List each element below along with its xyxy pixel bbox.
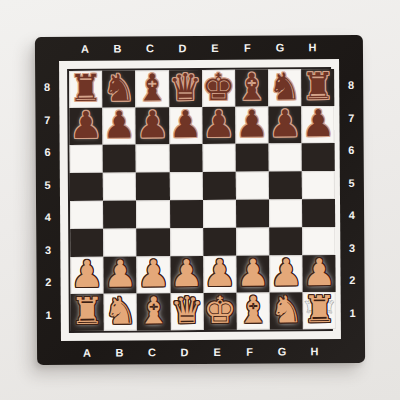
board-grid: ♜♞♝♛♚♝♞♜♟♟♟♟♟♟♟♟♟♟♟♟♟♟♟♟♜♞♝♛♚♝♞♜ (67, 67, 333, 333)
square-f8[interactable]: ♝ (235, 70, 268, 107)
square-b7[interactable]: ♟ (103, 107, 136, 144)
square-g8[interactable]: ♞ (268, 69, 301, 106)
square-c8[interactable]: ♝ (135, 70, 168, 107)
black-knight: ♞ (102, 69, 135, 106)
file-label-top-f: F (231, 36, 264, 60)
file-label-top-a: A (69, 37, 102, 61)
square-a2[interactable]: ♟ (70, 257, 103, 294)
square-c4[interactable] (136, 200, 169, 228)
black-king: ♚ (202, 69, 235, 106)
square-d4[interactable] (170, 200, 203, 228)
file-label-bottom-g: G (266, 339, 299, 363)
rank-label-left-5: 5 (36, 168, 60, 201)
white-rook: ♜ (303, 291, 336, 328)
file-label-bottom-b: B (103, 340, 136, 364)
white-pawn: ♟ (170, 255, 203, 292)
white-pawn: ♟ (269, 254, 302, 291)
square-f2[interactable]: ♟ (236, 256, 269, 293)
file-label-top-b: B (101, 36, 134, 60)
file-label-bottom-e: E (201, 340, 234, 364)
square-e5[interactable] (202, 172, 235, 200)
square-a7[interactable]: ♟ (69, 108, 102, 145)
square-c1[interactable]: ♝ (137, 293, 170, 330)
demonstration-chessboard: ♜♞♝♛♚♝♞♜♟♟♟♟♟♟♟♟♟♟♟♟♟♟♟♟♜♞♝♛♚♝♞♜ AABBCCD… (35, 35, 365, 365)
file-label-top-h: H (296, 35, 329, 59)
white-rook: ♜ (71, 293, 104, 330)
square-b4[interactable] (103, 200, 136, 228)
black-rook: ♜ (69, 70, 102, 107)
square-c6[interactable] (136, 144, 169, 172)
square-h5[interactable] (302, 171, 335, 199)
rank-label-left-7: 7 (35, 103, 59, 136)
square-c5[interactable] (136, 172, 169, 200)
black-pawn: ♟ (103, 106, 136, 143)
board-inner-margin: ♜♞♝♛♚♝♞♜♟♟♟♟♟♟♟♟♟♟♟♟♟♟♟♟♜♞♝♛♚♝♞♜ (59, 59, 341, 341)
black-bishop: ♝ (135, 69, 168, 106)
square-g4[interactable] (269, 199, 302, 227)
black-pawn: ♟ (136, 106, 169, 143)
square-f1[interactable]: ♝ (237, 293, 270, 330)
square-e6[interactable] (202, 144, 235, 172)
square-b6[interactable] (103, 144, 136, 172)
rank-label-right-8: 8 (339, 69, 363, 102)
black-queen: ♛ (169, 69, 202, 106)
rank-label-right-2: 2 (340, 264, 364, 297)
rank-label-right-3: 3 (340, 231, 364, 264)
black-rook: ♜ (301, 68, 334, 105)
rank-label-right-1: 1 (341, 296, 365, 329)
square-h1[interactable]: ♜ (303, 292, 336, 329)
white-pawn: ♟ (303, 254, 336, 291)
square-g7[interactable]: ♟ (268, 106, 301, 143)
white-bishop: ♝ (237, 292, 270, 329)
rank-label-right-7: 7 (339, 101, 363, 134)
file-label-top-c: C (134, 36, 167, 60)
white-king: ♚ (203, 292, 236, 329)
square-a5[interactable] (70, 173, 103, 201)
square-f4[interactable] (236, 200, 269, 228)
file-label-bottom-c: C (136, 340, 169, 364)
square-e2[interactable]: ♟ (203, 256, 236, 293)
file-label-top-d: D (166, 36, 199, 60)
square-a8[interactable]: ♜ (69, 71, 102, 108)
white-queen: ♛ (170, 292, 203, 329)
file-label-bottom-d: D (168, 340, 201, 364)
rank-label-left-6: 6 (36, 136, 60, 169)
square-d2[interactable]: ♟ (170, 256, 203, 293)
square-c2[interactable]: ♟ (137, 256, 170, 293)
square-e1[interactable]: ♚ (203, 293, 236, 330)
rank-label-left-4: 4 (36, 201, 60, 234)
white-pawn: ♟ (137, 255, 170, 292)
rank-label-left-2: 2 (36, 266, 60, 299)
square-f5[interactable] (236, 172, 269, 200)
white-pawn: ♟ (104, 255, 137, 292)
square-b5[interactable] (103, 172, 136, 200)
square-a1[interactable]: ♜ (71, 294, 104, 331)
square-e8[interactable]: ♚ (202, 70, 235, 107)
square-h2[interactable]: ♟ (303, 255, 336, 292)
square-e7[interactable]: ♟ (202, 107, 235, 144)
square-d6[interactable] (169, 144, 202, 172)
white-knight: ♞ (270, 291, 303, 328)
black-pawn: ♟ (302, 105, 335, 142)
square-b8[interactable]: ♞ (102, 70, 135, 107)
file-label-top-e: E (199, 36, 232, 60)
black-pawn: ♟ (69, 107, 102, 144)
square-h7[interactable]: ♟ (302, 106, 335, 143)
black-knight: ♞ (268, 68, 301, 105)
file-label-bottom-h: H (298, 339, 331, 363)
file-label-top-g: G (264, 35, 297, 59)
rank-label-right-6: 6 (340, 134, 364, 167)
square-h4[interactable] (302, 199, 335, 227)
rank-label-left-3: 3 (36, 233, 60, 266)
rank-label-left-1: 1 (37, 298, 61, 331)
square-f7[interactable]: ♟ (235, 107, 268, 144)
black-bishop: ♝ (235, 69, 268, 106)
black-pawn: ♟ (235, 106, 268, 143)
square-c7[interactable]: ♟ (136, 107, 169, 144)
black-pawn: ♟ (202, 106, 235, 143)
square-g6[interactable] (269, 143, 302, 171)
square-a4[interactable] (70, 201, 103, 229)
square-a6[interactable] (70, 145, 103, 173)
black-pawn: ♟ (169, 106, 202, 143)
white-pawn: ♟ (203, 255, 236, 292)
square-b1[interactable]: ♞ (104, 293, 137, 330)
rank-label-right-4: 4 (340, 199, 364, 232)
square-d5[interactable] (169, 172, 202, 200)
square-g1[interactable]: ♞ (270, 292, 303, 329)
square-e4[interactable] (203, 200, 236, 228)
square-d1[interactable]: ♛ (170, 293, 203, 330)
black-pawn: ♟ (268, 105, 301, 142)
rank-label-right-5: 5 (340, 166, 364, 199)
file-label-bottom-a: A (71, 341, 104, 365)
white-pawn: ♟ (70, 256, 103, 293)
square-g5[interactable] (269, 171, 302, 199)
rank-label-left-8: 8 (35, 71, 59, 104)
square-f6[interactable] (235, 144, 268, 172)
file-label-bottom-f: F (233, 340, 266, 364)
white-knight: ♞ (104, 292, 137, 329)
square-h8[interactable]: ♜ (301, 69, 334, 106)
square-d8[interactable]: ♛ (169, 70, 202, 107)
square-h6[interactable] (302, 143, 335, 171)
white-pawn: ♟ (236, 255, 269, 292)
white-bishop: ♝ (137, 292, 170, 329)
square-d7[interactable]: ♟ (169, 107, 202, 144)
square-g2[interactable]: ♟ (269, 255, 302, 292)
square-b2[interactable]: ♟ (104, 256, 137, 293)
